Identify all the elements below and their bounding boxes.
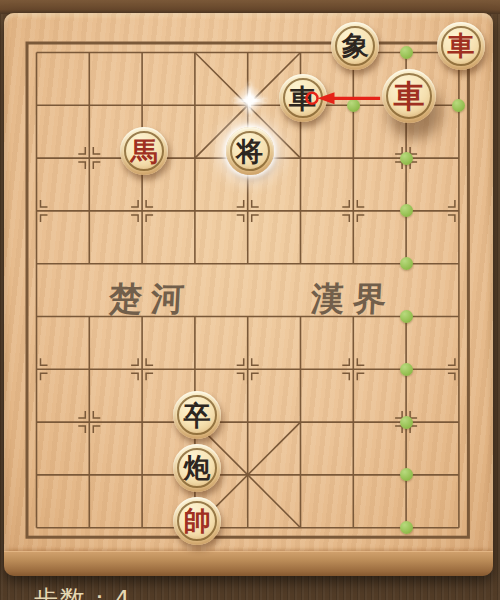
piece-red-general[interactable]: 帥 bbox=[173, 497, 221, 545]
piece-red-horse[interactable]: 馬 bbox=[120, 127, 168, 175]
move-hint-dot[interactable] bbox=[400, 468, 413, 481]
piece-character: 卒 bbox=[183, 402, 210, 429]
move-hint-dot[interactable] bbox=[400, 416, 413, 429]
piece-character: 炮 bbox=[183, 454, 210, 481]
move-hint-dot[interactable] bbox=[400, 363, 413, 376]
move-hint-dot[interactable] bbox=[400, 257, 413, 270]
piece-black-soldier[interactable]: 卒 bbox=[173, 391, 221, 439]
river-label-han-jie: 漢界 bbox=[310, 277, 396, 322]
piece-character: 車 bbox=[447, 32, 474, 59]
piece-character: 車 bbox=[394, 81, 425, 112]
piece-character: 象 bbox=[342, 32, 369, 59]
move-hint-dot[interactable] bbox=[400, 310, 413, 323]
board-front-edge bbox=[4, 551, 493, 576]
piece-black-cannon[interactable]: 炮 bbox=[173, 444, 221, 492]
piece-black-general[interactable]: 将 bbox=[226, 127, 274, 175]
status-move-count: 步数：4 bbox=[33, 583, 132, 600]
move-hint-dot[interactable] bbox=[400, 204, 413, 217]
move-hint-dot[interactable] bbox=[400, 152, 413, 165]
river-label-chu-he: 楚河 bbox=[108, 277, 194, 322]
piece-character: 将 bbox=[236, 138, 263, 165]
piece-character: 馬 bbox=[131, 138, 158, 165]
move-hint-dot[interactable] bbox=[400, 521, 413, 534]
piece-red-chariot-b[interactable]: 車 bbox=[382, 69, 436, 123]
piece-black-elephant[interactable]: 象 bbox=[331, 22, 379, 70]
move-hint-dot[interactable] bbox=[347, 99, 360, 112]
table-wood-top bbox=[0, 0, 500, 14]
piece-red-chariot-a[interactable]: 車 bbox=[437, 22, 485, 70]
piece-character: 車 bbox=[289, 85, 316, 112]
move-hint-dot[interactable] bbox=[400, 46, 413, 59]
piece-black-chariot[interactable]: 車 bbox=[279, 74, 327, 122]
piece-character: 帥 bbox=[183, 507, 210, 534]
